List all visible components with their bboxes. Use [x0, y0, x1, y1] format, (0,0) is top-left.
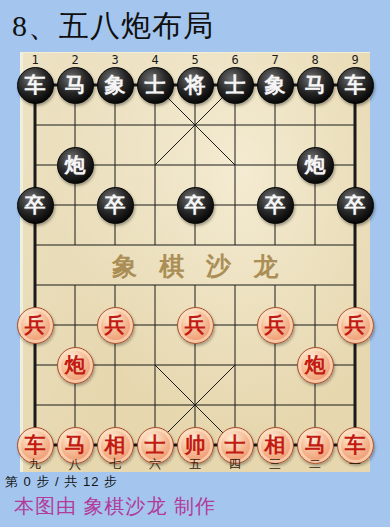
column-number-2: 2: [63, 53, 87, 67]
black-piece-象-3x1[interactable]: 象: [97, 67, 134, 104]
row-number-8: 二: [303, 456, 327, 473]
column-number-4: 4: [143, 53, 167, 67]
black-piece-士-6x1[interactable]: 士: [217, 67, 254, 104]
column-number-1: 1: [23, 53, 47, 67]
black-piece-卒-3x4[interactable]: 卒: [97, 187, 134, 224]
black-piece-卒-7x4[interactable]: 卒: [257, 187, 294, 224]
black-piece-象-7x1[interactable]: 象: [257, 67, 294, 104]
row-number-5: 五: [183, 456, 207, 473]
red-piece-兵-9x7[interactable]: 兵: [337, 307, 374, 344]
row-number-9: 一: [343, 456, 367, 473]
black-piece-马-2x1[interactable]: 马: [57, 67, 94, 104]
column-number-7: 7: [263, 53, 287, 67]
red-piece-兵-7x7[interactable]: 兵: [257, 307, 294, 344]
red-piece-炮-8x8[interactable]: 炮: [297, 347, 334, 384]
black-piece-卒-5x4[interactable]: 卒: [177, 187, 214, 224]
black-piece-将-5x1[interactable]: 将: [177, 67, 214, 104]
black-piece-车-1x1[interactable]: 车: [17, 67, 54, 104]
red-piece-兵-1x7[interactable]: 兵: [17, 307, 54, 344]
column-number-6: 6: [223, 53, 247, 67]
column-number-3: 3: [103, 53, 127, 67]
red-piece-兵-5x7[interactable]: 兵: [177, 307, 214, 344]
column-number-8: 8: [303, 53, 327, 67]
row-number-4: 六: [143, 456, 167, 473]
page-title: 8、五八炮布局: [12, 6, 214, 47]
black-piece-炮-2x3[interactable]: 炮: [57, 147, 94, 184]
black-piece-卒-1x4[interactable]: 卒: [17, 187, 54, 224]
black-piece-卒-9x4[interactable]: 卒: [337, 187, 374, 224]
column-number-9: 9: [343, 53, 367, 67]
move-counter: 第 0 步 / 共 12 步: [5, 473, 118, 491]
row-number-7: 三: [263, 456, 287, 473]
row-number-1: 九: [23, 456, 47, 473]
red-piece-炮-2x8[interactable]: 炮: [57, 347, 94, 384]
row-number-2: 八: [63, 456, 87, 473]
black-piece-炮-8x3[interactable]: 炮: [297, 147, 334, 184]
river-watermark: 象棋沙龙: [20, 250, 370, 283]
column-number-5: 5: [183, 53, 207, 67]
row-number-6: 四: [223, 456, 247, 473]
credit-text: 本图由 象棋沙龙 制作: [14, 493, 216, 520]
black-piece-士-4x1[interactable]: 士: [137, 67, 174, 104]
red-piece-兵-3x7[interactable]: 兵: [97, 307, 134, 344]
black-piece-马-8x1[interactable]: 马: [297, 67, 334, 104]
row-number-3: 七: [103, 456, 127, 473]
black-piece-车-9x1[interactable]: 车: [337, 67, 374, 104]
